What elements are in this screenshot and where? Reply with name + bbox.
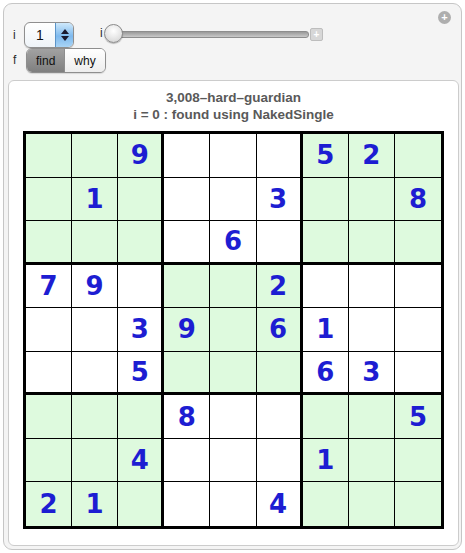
sudoku-cell-r1c1 [26, 134, 72, 178]
sudoku-cell-r7c3 [118, 395, 164, 439]
stepper-arrows[interactable] [55, 23, 73, 47]
sudoku-cell-r1c4 [164, 134, 210, 178]
sudoku-cell-r6c4 [164, 352, 210, 396]
sudoku-cell-r2c6: 3 [257, 178, 303, 222]
sudoku-cell-r6c2 [72, 352, 118, 396]
sudoku-cell-r8c6 [257, 439, 303, 483]
sudoku-cell-r2c9: 8 [395, 178, 441, 222]
sudoku-cell-r9c4 [164, 482, 210, 526]
sudoku-cell-r5c8 [349, 308, 395, 352]
sudoku-cell-r3c3 [118, 221, 164, 265]
sudoku-cell-r7c7 [303, 395, 349, 439]
function-label: f [13, 53, 16, 67]
sudoku-cell-r1c7: 5 [303, 134, 349, 178]
sudoku-cell-r5c1 [26, 308, 72, 352]
sudoku-cell-r8c8 [349, 439, 395, 483]
sudoku-cell-r7c2 [72, 395, 118, 439]
sudoku-cell-r4c1: 7 [26, 265, 72, 309]
sudoku-cell-r6c1 [26, 352, 72, 396]
sudoku-cell-r3c7 [303, 221, 349, 265]
sudoku-cell-r7c5 [210, 395, 256, 439]
sudoku-cell-r8c9 [395, 439, 441, 483]
sudoku-board: 952138679239615638541214 [23, 131, 444, 529]
sudoku-cell-r2c5 [210, 178, 256, 222]
function-setter-bar: find why [26, 48, 106, 73]
sudoku-cell-r4c6: 2 [257, 265, 303, 309]
manipulate-window: + i 1 i + f find why 3,008–hard–guardian… [0, 0, 465, 553]
sudoku-cell-r6c8: 3 [349, 352, 395, 396]
sudoku-cell-r6c9 [395, 352, 441, 396]
manipulate-expand-plus-icon[interactable]: + [438, 11, 451, 24]
sudoku-cell-r3c4 [164, 221, 210, 265]
sudoku-cell-r9c8 [349, 482, 395, 526]
sudoku-cell-r4c5 [210, 265, 256, 309]
sudoku-cell-r8c2 [72, 439, 118, 483]
sudoku-cell-r1c6 [257, 134, 303, 178]
find-button[interactable]: find [27, 49, 64, 72]
sudoku-cell-r8c4 [164, 439, 210, 483]
slider-label: i [100, 26, 103, 40]
why-button[interactable]: why [64, 49, 104, 72]
sudoku-cell-r5c9 [395, 308, 441, 352]
stepper-current-value: 1 [25, 23, 55, 47]
sudoku-cell-r6c6 [257, 352, 303, 396]
sudoku-cell-r7c1 [26, 395, 72, 439]
sudoku-cell-r9c5 [210, 482, 256, 526]
stepper-down-icon[interactable] [61, 36, 69, 41]
sudoku-cell-r9c3 [118, 482, 164, 526]
puzzle-title: 3,008–hard–guardian [9, 90, 458, 105]
sudoku-cell-r7c6 [257, 395, 303, 439]
slider-expand-plus-icon[interactable]: + [310, 28, 323, 41]
sudoku-cell-r4c4 [164, 265, 210, 309]
stepper-up-icon[interactable] [61, 29, 69, 34]
sudoku-cell-r4c2: 9 [72, 265, 118, 309]
sudoku-cell-r8c7: 1 [303, 439, 349, 483]
sudoku-cell-r7c9: 5 [395, 395, 441, 439]
sudoku-cell-r1c9 [395, 134, 441, 178]
sudoku-cell-r5c2 [72, 308, 118, 352]
sudoku-cell-r4c8 [349, 265, 395, 309]
sudoku-cell-r7c8 [349, 395, 395, 439]
sudoku-cell-r3c2 [72, 221, 118, 265]
sudoku-cell-r2c4 [164, 178, 210, 222]
sudoku-cell-r8c5 [210, 439, 256, 483]
sudoku-cell-r5c7: 1 [303, 308, 349, 352]
sudoku-cell-r5c5 [210, 308, 256, 352]
sudoku-cell-r6c3: 5 [118, 352, 164, 396]
sudoku-cell-r5c4: 9 [164, 308, 210, 352]
sudoku-cell-r3c6 [257, 221, 303, 265]
sudoku-cell-r9c6: 4 [257, 482, 303, 526]
i-slider-track[interactable] [111, 31, 309, 38]
sudoku-cell-r8c3: 4 [118, 439, 164, 483]
sudoku-cell-r8c1 [26, 439, 72, 483]
i-value-stepper[interactable]: 1 [24, 22, 74, 48]
display-panel: 3,008–hard–guardian i = 0 : found using … [8, 80, 459, 546]
sudoku-cell-r2c1 [26, 178, 72, 222]
sudoku-cell-r9c1: 2 [26, 482, 72, 526]
sudoku-cell-r5c6: 6 [257, 308, 303, 352]
sudoku-cell-r9c9 [395, 482, 441, 526]
sudoku-cell-r9c7 [303, 482, 349, 526]
sudoku-cell-r3c5: 6 [210, 221, 256, 265]
sudoku-cell-r6c7: 6 [303, 352, 349, 396]
sudoku-cell-r6c5 [210, 352, 256, 396]
sudoku-cell-r1c8: 2 [349, 134, 395, 178]
sudoku-cell-r3c9 [395, 221, 441, 265]
sudoku-cell-r4c9 [395, 265, 441, 309]
sudoku-cell-r2c8 [349, 178, 395, 222]
sudoku-cell-r2c2: 1 [72, 178, 118, 222]
sudoku-cell-r1c3: 9 [118, 134, 164, 178]
i-slider-thumb[interactable] [104, 24, 123, 43]
sudoku-cell-r4c7 [303, 265, 349, 309]
puzzle-status: i = 0 : found using NakedSingle [9, 107, 458, 122]
sudoku-cell-r2c3 [118, 178, 164, 222]
stepper-label: i [13, 28, 16, 42]
sudoku-cell-r9c2: 1 [72, 482, 118, 526]
sudoku-cell-r3c1 [26, 221, 72, 265]
sudoku-cell-r5c3: 3 [118, 308, 164, 352]
sudoku-cell-r4c3 [118, 265, 164, 309]
sudoku-cell-r3c8 [349, 221, 395, 265]
sudoku-cell-r1c2 [72, 134, 118, 178]
sudoku-cell-r7c4: 8 [164, 395, 210, 439]
sudoku-cell-r1c5 [210, 134, 256, 178]
sudoku-cell-r2c7 [303, 178, 349, 222]
